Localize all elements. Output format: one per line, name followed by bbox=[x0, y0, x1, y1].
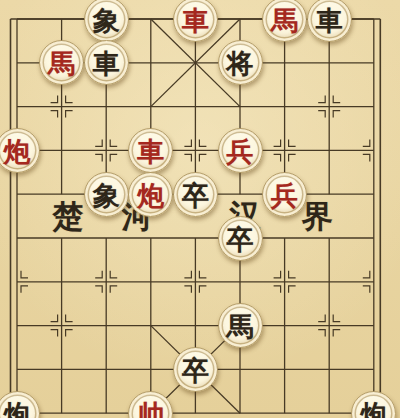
piece-black-soldier[interactable]: 卒 bbox=[218, 216, 263, 261]
river-label-jie: 界 bbox=[302, 196, 333, 238]
xiangqi-board[interactable]: 楚 河 汉 界 象車馬車馬車将炮車兵象炮卒兵卒馬卒炮帅炮 bbox=[0, 0, 400, 418]
piece-black-chariot[interactable]: 車 bbox=[307, 0, 352, 42]
piece-black-general[interactable]: 将 bbox=[218, 40, 263, 85]
piece-red-cannon[interactable]: 炮 bbox=[0, 128, 40, 173]
piece-red-soldier[interactable]: 兵 bbox=[218, 128, 263, 173]
piece-black-soldier[interactable]: 卒 bbox=[173, 347, 218, 392]
piece-black-elephant[interactable]: 象 bbox=[84, 0, 129, 42]
piece-black-chariot[interactable]: 車 bbox=[84, 40, 129, 85]
piece-red-cannon[interactable]: 炮 bbox=[128, 172, 173, 217]
piece-red-chariot[interactable]: 車 bbox=[173, 0, 218, 42]
piece-black-soldier[interactable]: 卒 bbox=[173, 172, 218, 217]
piece-black-elephant[interactable]: 象 bbox=[84, 172, 129, 217]
piece-black-horse[interactable]: 馬 bbox=[218, 303, 263, 348]
piece-red-chariot[interactable]: 車 bbox=[128, 128, 173, 173]
piece-red-soldier[interactable]: 兵 bbox=[262, 172, 307, 217]
river-label-chu: 楚 bbox=[53, 196, 84, 238]
piece-red-horse[interactable]: 馬 bbox=[262, 0, 307, 42]
